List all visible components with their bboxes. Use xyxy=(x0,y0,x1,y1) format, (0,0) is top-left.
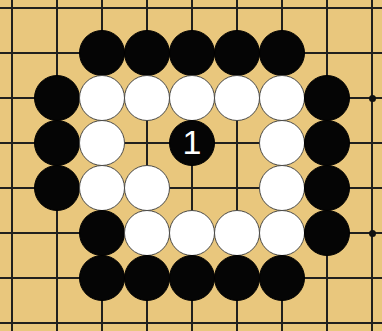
white-stone xyxy=(124,75,170,121)
black-stone xyxy=(169,255,215,301)
black-stone xyxy=(214,255,260,301)
star-point xyxy=(369,95,376,102)
black-stone xyxy=(79,210,125,256)
white-stone xyxy=(169,75,215,121)
white-stone xyxy=(259,75,305,121)
black-stone xyxy=(304,210,350,256)
star-point xyxy=(369,230,376,237)
black-stone xyxy=(79,30,125,76)
white-stone xyxy=(79,165,125,211)
white-stone xyxy=(124,210,170,256)
black-stone xyxy=(304,120,350,166)
black-stone xyxy=(34,165,80,211)
black-stone xyxy=(304,165,350,211)
black-stone xyxy=(34,75,80,121)
black-stone xyxy=(124,255,170,301)
black-stone xyxy=(214,30,260,76)
black-stone xyxy=(259,30,305,76)
white-stone xyxy=(259,210,305,256)
white-stone xyxy=(259,165,305,211)
white-stone xyxy=(214,210,260,256)
white-stone xyxy=(214,75,260,121)
black-stone xyxy=(34,120,80,166)
black-stone xyxy=(169,30,215,76)
go-board[interactable]: 1 xyxy=(0,0,382,331)
black-stone xyxy=(259,255,305,301)
white-stone xyxy=(259,120,305,166)
white-stone xyxy=(169,210,215,256)
black-stone xyxy=(124,30,170,76)
black-stone-marked-1: 1 xyxy=(169,120,215,166)
move-number-label: 1 xyxy=(183,125,202,159)
black-stone xyxy=(79,255,125,301)
white-stone xyxy=(124,165,170,211)
grid-line-vertical xyxy=(11,0,13,331)
grid-line-horizontal xyxy=(0,7,382,9)
black-stone xyxy=(304,75,350,121)
grid-line-vertical xyxy=(371,0,373,331)
grid-line-horizontal xyxy=(0,322,382,324)
white-stone xyxy=(79,120,125,166)
white-stone xyxy=(79,75,125,121)
